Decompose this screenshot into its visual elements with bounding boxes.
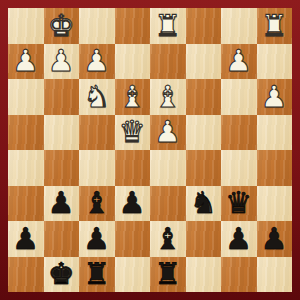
square-f5[interactable] <box>79 150 115 186</box>
square-b6[interactable]: ♛ <box>221 186 257 222</box>
square-c7[interactable] <box>186 221 222 257</box>
white-pawn: ♟ <box>12 46 39 76</box>
square-a2[interactable] <box>257 44 293 80</box>
square-h7[interactable]: ♟ <box>8 221 44 257</box>
square-g2[interactable]: ♟ <box>44 44 80 80</box>
square-g7[interactable] <box>44 221 80 257</box>
square-b8[interactable] <box>221 257 257 293</box>
square-b5[interactable] <box>221 150 257 186</box>
chess-board: ♚♜♜♟♟♟♟♞♝♝♟♛♟♟♝♟♞♛♟♟♝♟♟♚♜♜ <box>8 8 292 292</box>
square-c1[interactable] <box>186 8 222 44</box>
square-h3[interactable] <box>8 79 44 115</box>
square-e4[interactable]: ♛ <box>115 115 151 151</box>
black-pawn: ♟ <box>119 188 146 218</box>
square-a7[interactable]: ♟ <box>257 221 293 257</box>
white-bishop: ♝ <box>154 82 181 112</box>
square-b7[interactable]: ♟ <box>221 221 257 257</box>
square-h1[interactable] <box>8 8 44 44</box>
white-pawn: ♟ <box>261 82 288 112</box>
square-h4[interactable] <box>8 115 44 151</box>
square-a1[interactable]: ♜ <box>257 8 293 44</box>
white-bishop: ♝ <box>119 82 146 112</box>
square-f6[interactable]: ♝ <box>79 186 115 222</box>
board-frame: ♚♜♜♟♟♟♟♞♝♝♟♛♟♟♝♟♞♛♟♟♝♟♟♚♜♜ <box>0 0 300 300</box>
square-g6[interactable]: ♟ <box>44 186 80 222</box>
black-pawn: ♟ <box>261 224 288 254</box>
square-f4[interactable] <box>79 115 115 151</box>
black-bishop: ♝ <box>83 188 110 218</box>
square-f7[interactable]: ♟ <box>79 221 115 257</box>
black-pawn: ♟ <box>12 224 39 254</box>
square-d8[interactable]: ♜ <box>150 257 186 293</box>
square-e7[interactable] <box>115 221 151 257</box>
square-f8[interactable]: ♜ <box>79 257 115 293</box>
square-c3[interactable] <box>186 79 222 115</box>
square-a4[interactable] <box>257 115 293 151</box>
square-g3[interactable] <box>44 79 80 115</box>
square-a8[interactable] <box>257 257 293 293</box>
black-knight: ♞ <box>190 188 217 218</box>
white-pawn: ♟ <box>48 46 75 76</box>
square-f2[interactable]: ♟ <box>79 44 115 80</box>
square-e8[interactable] <box>115 257 151 293</box>
square-d4[interactable]: ♟ <box>150 115 186 151</box>
square-d2[interactable] <box>150 44 186 80</box>
square-d1[interactable]: ♜ <box>150 8 186 44</box>
square-b2[interactable]: ♟ <box>221 44 257 80</box>
square-e5[interactable] <box>115 150 151 186</box>
square-g4[interactable] <box>44 115 80 151</box>
white-knight: ♞ <box>83 82 110 112</box>
white-pawn: ♟ <box>225 46 252 76</box>
square-g1[interactable]: ♚ <box>44 8 80 44</box>
square-c8[interactable] <box>186 257 222 293</box>
square-d6[interactable] <box>150 186 186 222</box>
white-queen: ♛ <box>119 117 146 147</box>
black-rook: ♜ <box>83 259 110 289</box>
square-h8[interactable] <box>8 257 44 293</box>
square-d7[interactable]: ♝ <box>150 221 186 257</box>
square-h6[interactable] <box>8 186 44 222</box>
black-rook: ♜ <box>154 259 181 289</box>
square-e1[interactable] <box>115 8 151 44</box>
white-king: ♚ <box>48 11 75 41</box>
square-e3[interactable]: ♝ <box>115 79 151 115</box>
square-h5[interactable] <box>8 150 44 186</box>
square-f1[interactable] <box>79 8 115 44</box>
square-b1[interactable] <box>221 8 257 44</box>
square-e6[interactable]: ♟ <box>115 186 151 222</box>
square-a6[interactable] <box>257 186 293 222</box>
black-bishop: ♝ <box>154 224 181 254</box>
white-pawn: ♟ <box>154 117 181 147</box>
square-h2[interactable]: ♟ <box>8 44 44 80</box>
square-d3[interactable]: ♝ <box>150 79 186 115</box>
white-pawn: ♟ <box>83 46 110 76</box>
square-b4[interactable] <box>221 115 257 151</box>
square-c5[interactable] <box>186 150 222 186</box>
square-d5[interactable] <box>150 150 186 186</box>
white-rook: ♜ <box>154 11 181 41</box>
black-pawn: ♟ <box>83 224 110 254</box>
square-a5[interactable] <box>257 150 293 186</box>
square-e2[interactable] <box>115 44 151 80</box>
black-king: ♚ <box>48 259 75 289</box>
black-pawn: ♟ <box>225 224 252 254</box>
square-c6[interactable]: ♞ <box>186 186 222 222</box>
white-rook: ♜ <box>261 11 288 41</box>
black-queen: ♛ <box>225 188 252 218</box>
square-g5[interactable] <box>44 150 80 186</box>
square-c4[interactable] <box>186 115 222 151</box>
square-g8[interactable]: ♚ <box>44 257 80 293</box>
square-a3[interactable]: ♟ <box>257 79 293 115</box>
square-b3[interactable] <box>221 79 257 115</box>
black-pawn: ♟ <box>48 188 75 218</box>
square-f3[interactable]: ♞ <box>79 79 115 115</box>
square-c2[interactable] <box>186 44 222 80</box>
